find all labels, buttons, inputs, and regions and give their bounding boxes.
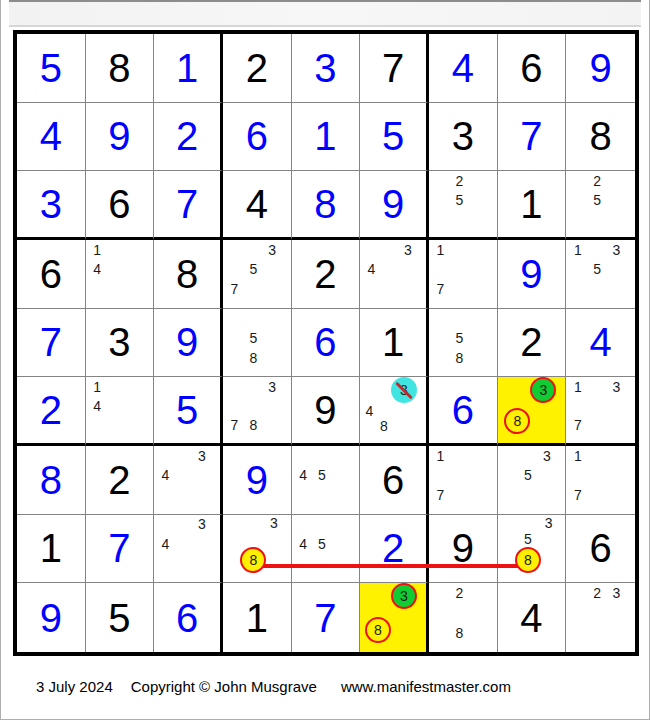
candidate-5: 5 xyxy=(318,537,326,551)
solved-digit: 7 xyxy=(40,322,62,362)
solved-digit: 3 xyxy=(314,48,336,88)
cell-r1c3[interactable]: 1 xyxy=(154,34,223,103)
cell-r6c9[interactable]: 137 xyxy=(566,377,635,446)
cell-r7c8[interactable]: 35 xyxy=(498,446,567,515)
candidates-grid: 38 xyxy=(362,583,417,643)
candidates-grid: 17 xyxy=(568,446,626,505)
cell-r2c8[interactable]: 7 xyxy=(498,103,567,172)
cell-r3c5[interactable]: 8 xyxy=(292,171,361,240)
candidates-grid: 58 xyxy=(225,309,282,368)
cell-r9c7[interactable]: 28 xyxy=(429,583,498,652)
candidate-3: 3 xyxy=(268,243,276,257)
candidates-grid: 17 xyxy=(431,446,488,505)
cell-r2c5[interactable]: 1 xyxy=(292,103,361,172)
cell-r8c7[interactable]: 9 xyxy=(429,515,498,584)
cell-r6c2[interactable]: 14 xyxy=(86,377,155,446)
given-digit: 1 xyxy=(40,528,62,568)
candidate-1: 1 xyxy=(574,380,582,394)
cell-r1c1[interactable]: 5 xyxy=(17,34,86,103)
footer-copyright: Copyright © John Musgrave xyxy=(131,678,317,695)
candidate-1: 1 xyxy=(93,380,101,394)
cell-r2c9[interactable]: 8 xyxy=(566,103,635,172)
candidate-3: 3 xyxy=(270,516,278,530)
cell-r5c5[interactable]: 6 xyxy=(292,309,361,378)
given-digit: 6 xyxy=(590,528,612,568)
cell-r7c6[interactable]: 6 xyxy=(360,446,429,515)
given-digit: 8 xyxy=(176,254,198,294)
cell-r1c6[interactable]: 7 xyxy=(360,34,429,103)
cell-r9c6[interactable]: 38 xyxy=(360,583,429,652)
candidate-3: 3 xyxy=(268,380,276,394)
candidate-8: 8 xyxy=(455,351,463,365)
candidate-3: 3 xyxy=(612,586,620,600)
cell-r5c9[interactable]: 4 xyxy=(566,309,635,378)
candidate-8-node-mark: 8 xyxy=(515,547,541,573)
candidate-1: 1 xyxy=(574,243,582,257)
candidate-2: 2 xyxy=(593,174,601,188)
cell-r5c1[interactable]: 7 xyxy=(17,309,86,378)
solved-digit: 5 xyxy=(382,116,404,156)
cell-r2c4[interactable]: 6 xyxy=(223,103,292,172)
cell-r6c3[interactable]: 5 xyxy=(154,377,223,446)
candidate-2: 2 xyxy=(593,586,601,600)
candidates-grid: 58 xyxy=(431,309,488,368)
given-digit: 5 xyxy=(108,598,130,638)
solved-digit: 6 xyxy=(176,598,198,638)
candidate-8: 8 xyxy=(249,351,257,365)
cell-r5c6[interactable]: 1 xyxy=(360,309,429,378)
cell-r3c7[interactable]: 25 xyxy=(429,171,498,240)
cell-r9c5[interactable]: 7 xyxy=(292,583,361,652)
given-digit: 6 xyxy=(108,184,130,224)
cell-r8c1[interactable]: 1 xyxy=(17,515,86,584)
footer-url[interactable]: www.manifestmaster.com xyxy=(341,678,511,695)
given-digit: 3 xyxy=(108,322,130,362)
cell-r4c2[interactable]: 14 xyxy=(86,240,155,309)
solved-digit: 5 xyxy=(40,48,62,88)
solved-digit: 1 xyxy=(314,116,336,156)
given-digit: 3 xyxy=(452,116,474,156)
cell-r9c9[interactable]: 23 xyxy=(566,583,635,652)
solved-digit: 9 xyxy=(590,48,612,88)
cell-r3c1[interactable]: 3 xyxy=(17,171,86,240)
cell-r3c9[interactable]: 25 xyxy=(566,171,635,240)
given-digit: 9 xyxy=(314,390,336,430)
candidate-3-green-mark: 3 xyxy=(530,377,556,403)
candidate-4: 4 xyxy=(299,537,307,551)
given-digit: 1 xyxy=(246,598,268,638)
candidates-grid: 135 xyxy=(568,240,626,299)
solved-digit: 2 xyxy=(176,116,198,156)
solved-digit: 4 xyxy=(40,116,62,156)
cell-r9c3[interactable]: 6 xyxy=(154,583,223,652)
given-digit: 6 xyxy=(520,48,542,88)
candidate-8-node-mark: 8 xyxy=(240,547,266,573)
candidate-3: 3 xyxy=(612,380,620,394)
candidates-grid: 23 xyxy=(568,583,626,643)
solved-digit: 7 xyxy=(108,528,130,568)
candidate-4: 4 xyxy=(162,468,170,482)
candidate-7: 7 xyxy=(574,418,582,432)
cell-r9c2[interactable]: 5 xyxy=(86,583,155,652)
candidate-4: 4 xyxy=(299,468,307,482)
solved-digit: 1 xyxy=(176,48,198,88)
candidate-8-ring-mark: 8 xyxy=(504,408,530,434)
cell-r6c4[interactable]: 378 xyxy=(223,377,292,446)
candidate-1: 1 xyxy=(437,449,445,463)
candidate-4: 4 xyxy=(93,262,101,276)
candidates-grid: 34 xyxy=(156,515,211,574)
solved-digit: 3 xyxy=(40,184,62,224)
given-digit: 8 xyxy=(108,48,130,88)
candidate-5: 5 xyxy=(593,262,601,276)
candidate-8: 8 xyxy=(455,626,463,640)
cell-r8c6[interactable]: 2 xyxy=(360,515,429,584)
solved-digit: 9 xyxy=(382,184,404,224)
cell-r5c2[interactable]: 3 xyxy=(86,309,155,378)
solved-digit: 4 xyxy=(452,48,474,88)
candidate-7: 7 xyxy=(231,418,239,432)
cell-r4c4[interactable]: 357 xyxy=(223,240,292,309)
cell-r3c6[interactable]: 9 xyxy=(360,171,429,240)
cell-r6c1[interactable]: 2 xyxy=(17,377,86,446)
candidate-4: 4 xyxy=(366,404,374,418)
cell-r2c3[interactable]: 2 xyxy=(154,103,223,172)
candidate-5: 5 xyxy=(593,193,601,207)
candidates-grid: 38 xyxy=(500,377,557,434)
candidate-7: 7 xyxy=(574,488,582,502)
candidate-2: 2 xyxy=(455,586,463,600)
candidates-grid: 45 xyxy=(294,446,351,505)
candidate-7: 7 xyxy=(437,282,445,296)
given-digit: 7 xyxy=(382,48,404,88)
cell-r3c8[interactable]: 1 xyxy=(498,171,567,240)
candidate-7: 7 xyxy=(437,488,445,502)
solved-digit: 7 xyxy=(520,116,542,156)
candidate-3: 3 xyxy=(198,517,206,531)
candidate-1: 1 xyxy=(437,243,445,257)
candidate-5: 5 xyxy=(318,468,326,482)
cell-r6c6[interactable]: 348 xyxy=(360,377,429,446)
cell-r2c2[interactable]: 9 xyxy=(86,103,155,172)
cell-r7c5[interactable]: 45 xyxy=(292,446,361,515)
page: 5812374694926153783674892512561483572341… xyxy=(0,0,650,720)
cell-r8c8[interactable]: 358 xyxy=(498,515,567,584)
cell-r1c8[interactable]: 6 xyxy=(498,34,567,103)
candidates-grid: 25 xyxy=(568,171,626,228)
cell-r2c1[interactable]: 4 xyxy=(17,103,86,172)
solved-digit: 6 xyxy=(246,116,268,156)
solved-digit: 9 xyxy=(520,254,542,294)
cell-r4c9[interactable]: 135 xyxy=(566,240,635,309)
candidate-3: 3 xyxy=(404,243,412,257)
candidate-4: 4 xyxy=(368,262,376,276)
cell-r9c4[interactable]: 1 xyxy=(223,583,292,652)
solved-digit: 9 xyxy=(108,116,130,156)
given-digit: 1 xyxy=(520,184,542,224)
candidates-grid: 348 xyxy=(362,377,417,434)
cell-r1c2[interactable]: 8 xyxy=(86,34,155,103)
cell-r1c5[interactable]: 3 xyxy=(292,34,361,103)
candidates-grid: 137 xyxy=(568,377,626,434)
cell-r7c4[interactable]: 9 xyxy=(223,446,292,515)
cell-r2c7[interactable]: 3 xyxy=(429,103,498,172)
footer: 3 July 2024 Copyright © John Musgrave ww… xyxy=(36,656,511,716)
cell-r7c9[interactable]: 17 xyxy=(566,446,635,515)
given-digit: 4 xyxy=(520,598,542,638)
cell-r9c8[interactable]: 4 xyxy=(498,583,567,652)
given-digit: 9 xyxy=(452,528,474,568)
solved-digit: 5 xyxy=(176,390,198,430)
cell-r7c1[interactable]: 8 xyxy=(17,446,86,515)
given-digit: 6 xyxy=(40,254,62,294)
cell-r4c3[interactable]: 8 xyxy=(154,240,223,309)
candidate-2: 2 xyxy=(455,174,463,188)
cell-r8c4[interactable]: 38 xyxy=(223,515,292,584)
candidate-3: 3 xyxy=(198,449,206,463)
cell-r8c2[interactable]: 7 xyxy=(86,515,155,584)
solved-digit: 2 xyxy=(40,390,62,430)
candidates-grid: 28 xyxy=(431,583,488,643)
solved-digit: 8 xyxy=(40,460,62,500)
candidate-7: 7 xyxy=(231,282,239,296)
candidate-5: 5 xyxy=(249,331,257,345)
cell-r7c3[interactable]: 34 xyxy=(154,446,223,515)
given-digit: 4 xyxy=(246,184,268,224)
candidate-8-ring-mark: 8 xyxy=(365,617,391,643)
candidate-5: 5 xyxy=(524,532,532,546)
candidate-3: 3 xyxy=(543,449,551,463)
candidate-8: 8 xyxy=(380,419,388,433)
given-digit: 6 xyxy=(382,460,404,500)
candidates-grid: 35 xyxy=(500,446,557,505)
given-digit: 2 xyxy=(108,460,130,500)
cell-r6c7[interactable]: 6 xyxy=(429,377,498,446)
cell-r3c3[interactable]: 7 xyxy=(154,171,223,240)
candidate-3: 3 xyxy=(545,516,553,530)
candidates-grid: 14 xyxy=(88,240,145,299)
chain-link-line xyxy=(254,564,529,568)
candidate-5: 5 xyxy=(524,468,532,482)
cell-r3c2[interactable]: 6 xyxy=(86,171,155,240)
cell-r4c6[interactable]: 34 xyxy=(360,240,429,309)
candidate-5: 5 xyxy=(455,331,463,345)
candidate-4: 4 xyxy=(93,399,101,413)
candidates-grid: 25 xyxy=(431,171,488,228)
solved-digit: 7 xyxy=(176,184,198,224)
candidate-3-cyan-mark: 3 xyxy=(391,377,417,403)
cell-r2c6[interactable]: 5 xyxy=(360,103,429,172)
candidates-grid: 17 xyxy=(431,240,488,299)
cell-r4c8[interactable]: 9 xyxy=(498,240,567,309)
cell-r7c2[interactable]: 2 xyxy=(86,446,155,515)
footer-date: 3 July 2024 xyxy=(36,678,113,695)
cell-r1c7[interactable]: 4 xyxy=(429,34,498,103)
cell-r6c5[interactable]: 9 xyxy=(292,377,361,446)
cell-r3c4[interactable]: 4 xyxy=(223,171,292,240)
candidate-3: 3 xyxy=(612,243,620,257)
cell-r4c5[interactable]: 2 xyxy=(292,240,361,309)
candidate-3-green-mark: 3 xyxy=(391,583,417,609)
cell-r4c7[interactable]: 17 xyxy=(429,240,498,309)
cell-r4c1[interactable]: 6 xyxy=(17,240,86,309)
solved-digit: 9 xyxy=(246,460,268,500)
candidate-1: 1 xyxy=(574,449,582,463)
solved-digit: 9 xyxy=(176,322,198,362)
solved-digit: 9 xyxy=(40,598,62,638)
given-digit: 1 xyxy=(382,322,404,362)
candidates-grid: 378 xyxy=(225,377,282,434)
given-digit: 2 xyxy=(314,254,336,294)
solved-digit: 4 xyxy=(590,322,612,362)
cell-r7c7[interactable]: 17 xyxy=(429,446,498,515)
cell-r8c5[interactable]: 45 xyxy=(292,515,361,584)
given-digit: 8 xyxy=(590,116,612,156)
given-digit: 2 xyxy=(246,48,268,88)
cell-r1c4[interactable]: 2 xyxy=(223,34,292,103)
cell-r1c9[interactable]: 9 xyxy=(566,34,635,103)
solved-digit: 2 xyxy=(382,528,404,568)
cell-r5c3[interactable]: 9 xyxy=(154,309,223,378)
solved-digit: 6 xyxy=(314,322,336,362)
cell-r8c3[interactable]: 34 xyxy=(154,515,223,584)
solved-digit: 6 xyxy=(452,390,474,430)
cell-r5c7[interactable]: 58 xyxy=(429,309,498,378)
candidates-grid: 34 xyxy=(362,240,417,299)
cell-r8c9[interactable]: 6 xyxy=(566,515,635,584)
cell-r5c4[interactable]: 58 xyxy=(223,309,292,378)
candidates-grid: 14 xyxy=(88,377,145,434)
top-bar xyxy=(9,0,641,27)
candidates-grid: 357 xyxy=(225,240,282,299)
candidate-8: 8 xyxy=(249,418,257,432)
candidate-5: 5 xyxy=(249,262,257,276)
candidate-4: 4 xyxy=(162,537,170,551)
cell-r9c1[interactable]: 9 xyxy=(17,583,86,652)
candidates-grid: 34 xyxy=(156,446,211,505)
solved-digit: 8 xyxy=(314,184,336,224)
cell-r5c8[interactable]: 2 xyxy=(498,309,567,378)
candidate-1: 1 xyxy=(93,243,101,257)
solved-digit: 7 xyxy=(314,598,336,638)
given-digit: 2 xyxy=(520,322,542,362)
sudoku-board: 5812374694926153783674892512561483572341… xyxy=(13,30,639,656)
candidate-5: 5 xyxy=(455,193,463,207)
cell-r6c8[interactable]: 38 xyxy=(498,377,567,446)
